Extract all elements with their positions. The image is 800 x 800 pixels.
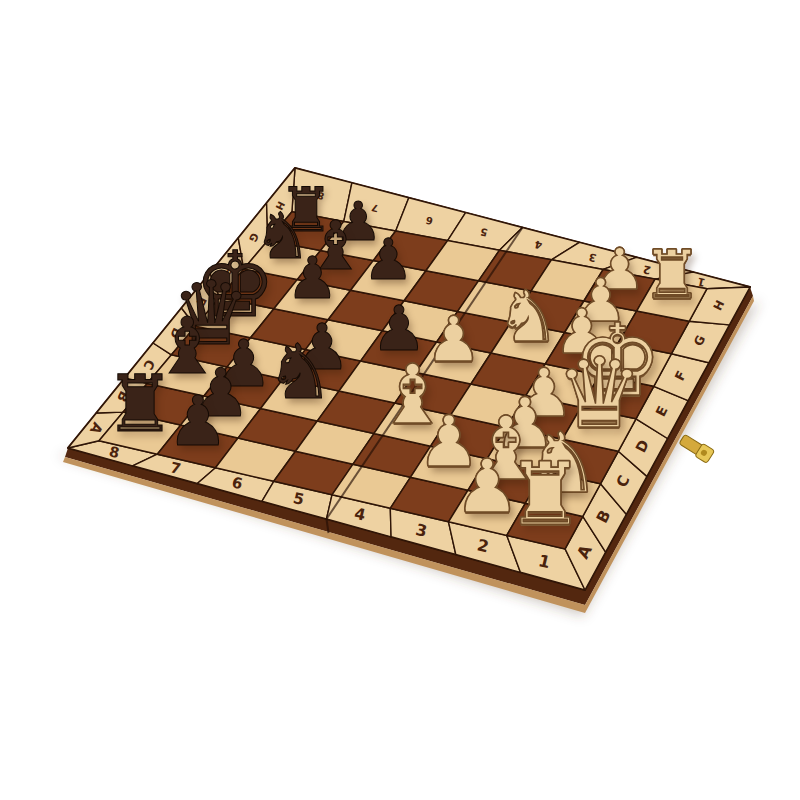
piece-black-pawn-a7[interactable]: ♟: [167, 387, 229, 456]
piece-black-pawn-g6[interactable]: ♟: [363, 232, 414, 289]
pieces-layer: ♜♟♞♝♟♟♟♜♚♟♞♛♟♟♟♟♝♟♚♞♟♟♝♛♜♟♟♟♝♞♟♜: [0, 0, 800, 800]
piece-white-knight-f3[interactable]: ♞: [496, 282, 559, 353]
piece-black-knight-c6[interactable]: ♞: [266, 335, 334, 411]
piece-black-rook-a8[interactable]: ♜: [105, 365, 175, 444]
piece-white-rook-h1[interactable]: ♜: [642, 242, 702, 309]
piece-black-pawn-f7[interactable]: ♟: [286, 250, 338, 308]
piece-white-rook-a1[interactable]: ♜: [506, 451, 584, 538]
scene: 8765432187654321ABCDEFGHABCDEFGH ♜♟♞♝♟♟♟…: [0, 0, 800, 800]
